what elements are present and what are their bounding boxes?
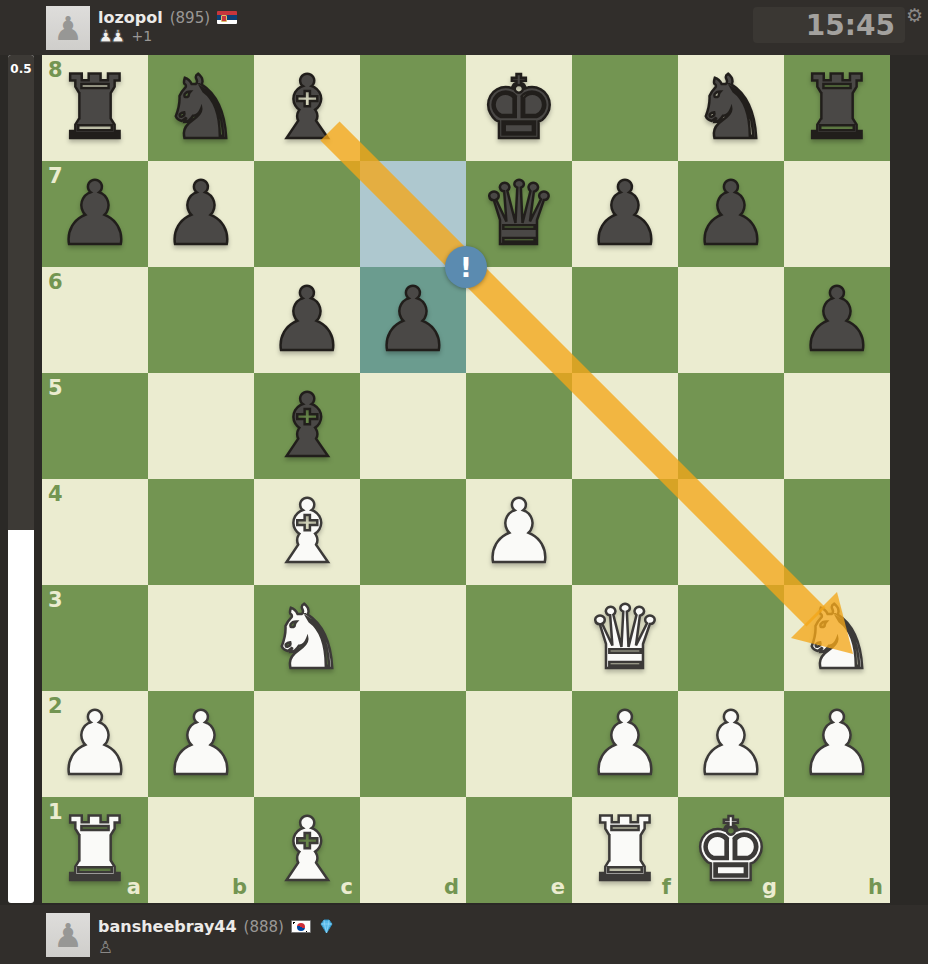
square-b6[interactable]: [148, 267, 254, 373]
piece-wR-a1[interactable]: ♜: [42, 797, 148, 903]
square-c8[interactable]: ♝: [254, 55, 360, 161]
piece-bR-a8[interactable]: ♜: [42, 55, 148, 161]
piece-wN-h3[interactable]: ♞: [784, 585, 890, 691]
square-c7[interactable]: [254, 161, 360, 267]
piece-bP-g7[interactable]: ♟: [678, 161, 784, 267]
piece-bR-h8[interactable]: ♜: [784, 55, 890, 161]
square-h5[interactable]: [784, 373, 890, 479]
piece-bP-c6[interactable]: ♟: [254, 267, 360, 373]
square-c2[interactable]: [254, 691, 360, 797]
square-e4[interactable]: ♟: [466, 479, 572, 585]
square-e3[interactable]: [466, 585, 572, 691]
captured-white-pawn-icon: ♟: [110, 28, 125, 45]
diamond-membership-icon[interactable]: [318, 919, 335, 934]
square-b2[interactable]: ♟: [148, 691, 254, 797]
avatar[interactable]: ♟: [46, 6, 90, 50]
piece-bP-a7[interactable]: ♟: [42, 161, 148, 267]
square-d2[interactable]: [360, 691, 466, 797]
square-a4[interactable]: 4: [42, 479, 148, 585]
square-e7[interactable]: ♛: [466, 161, 572, 267]
square-g5[interactable]: [678, 373, 784, 479]
piece-wB-c4[interactable]: ♝: [254, 479, 360, 585]
square-d3[interactable]: [360, 585, 466, 691]
square-e6[interactable]: [466, 267, 572, 373]
square-h7[interactable]: [784, 161, 890, 267]
opponent-clock: 15:45: [753, 7, 905, 43]
file-label-d: d: [444, 877, 459, 898]
piece-wP-b2[interactable]: ♟: [148, 691, 254, 797]
piece-bB-c8[interactable]: ♝: [254, 55, 360, 161]
square-g1[interactable]: g♚: [678, 797, 784, 903]
settings-gear-icon[interactable]: ⚙: [906, 4, 923, 26]
south-korea-flag-icon: [291, 920, 311, 933]
square-b1[interactable]: b: [148, 797, 254, 903]
chess-board[interactable]: 8♜♞♝♚♞♜7♟♟♛♟♟6♟♟♟5♝4♝♟3♞♛♞2♟♟♟♟♟1a♜bc♝de…: [42, 55, 890, 903]
square-c3[interactable]: ♞: [254, 585, 360, 691]
square-d6[interactable]: ♟: [360, 267, 466, 373]
square-g2[interactable]: ♟: [678, 691, 784, 797]
square-e2[interactable]: [466, 691, 572, 797]
square-b8[interactable]: ♞: [148, 55, 254, 161]
piece-bK-e8[interactable]: ♚: [466, 55, 572, 161]
piece-wQ-f3[interactable]: ♛: [572, 585, 678, 691]
piece-bQ-e7[interactable]: ♛: [466, 161, 572, 267]
avatar-pawn-icon: ♟: [53, 12, 83, 45]
square-h1[interactable]: h: [784, 797, 890, 903]
evaluation-bar: 0.5: [8, 55, 34, 903]
player-rating: (888): [244, 918, 284, 936]
piece-bP-h6[interactable]: ♟: [784, 267, 890, 373]
eval-black-portion: [8, 55, 34, 530]
rank-label-4: 4: [48, 484, 63, 505]
player-name[interactable]: lozopol: [98, 8, 163, 27]
square-d8[interactable]: [360, 55, 466, 161]
square-e5[interactable]: [466, 373, 572, 479]
square-b3[interactable]: [148, 585, 254, 691]
avatar-pawn-icon: ♟: [53, 919, 83, 952]
piece-bN-g8[interactable]: ♞: [678, 55, 784, 161]
square-a6[interactable]: 6: [42, 267, 148, 373]
piece-wP-g2[interactable]: ♟: [678, 691, 784, 797]
file-label-h: h: [868, 877, 883, 898]
file-label-b: b: [232, 877, 247, 898]
square-b7[interactable]: ♟: [148, 161, 254, 267]
rank-label-6: 6: [48, 272, 63, 293]
piece-wP-h2[interactable]: ♟: [784, 691, 890, 797]
piece-bP-f7[interactable]: ♟: [572, 161, 678, 267]
square-d4[interactable]: [360, 479, 466, 585]
square-b4[interactable]: [148, 479, 254, 585]
square-g3[interactable]: [678, 585, 784, 691]
material-score: +1: [132, 28, 153, 44]
square-g4[interactable]: [678, 479, 784, 585]
square-d7[interactable]: [360, 161, 466, 267]
square-f7[interactable]: ♟: [572, 161, 678, 267]
square-h6[interactable]: ♟: [784, 267, 890, 373]
avatar[interactable]: ♟: [46, 913, 90, 957]
square-c1[interactable]: c♝: [254, 797, 360, 903]
square-e8[interactable]: ♚: [466, 55, 572, 161]
square-a1[interactable]: 1a♜: [42, 797, 148, 903]
piece-wP-e4[interactable]: ♟: [466, 479, 572, 585]
file-label-e: e: [551, 877, 565, 898]
piece-bN-b8[interactable]: ♞: [148, 55, 254, 161]
square-f2[interactable]: ♟: [572, 691, 678, 797]
square-a7[interactable]: 7♟: [42, 161, 148, 267]
square-f1[interactable]: f♜: [572, 797, 678, 903]
captured-black-pawn-icon: ♙: [98, 939, 113, 956]
square-e1[interactable]: e: [466, 797, 572, 903]
square-f4[interactable]: [572, 479, 678, 585]
bottom-player-bar: ♟ bansheebray44 (888) ♙ 14:54: [0, 905, 928, 964]
square-c4[interactable]: ♝: [254, 479, 360, 585]
square-f6[interactable]: [572, 267, 678, 373]
square-c5[interactable]: ♝: [254, 373, 360, 479]
piece-wN-c3[interactable]: ♞: [254, 585, 360, 691]
square-f8[interactable]: [572, 55, 678, 161]
piece-bP-d6[interactable]: ♟: [360, 267, 466, 373]
square-a2[interactable]: 2♟: [42, 691, 148, 797]
square-h2[interactable]: ♟: [784, 691, 890, 797]
player-name[interactable]: bansheebray44: [98, 917, 237, 936]
piece-wK-g1[interactable]: ♚: [678, 797, 784, 903]
square-a3[interactable]: 3: [42, 585, 148, 691]
rank-label-5: 5: [48, 378, 63, 399]
square-f3[interactable]: ♛: [572, 585, 678, 691]
square-g8[interactable]: ♞: [678, 55, 784, 161]
square-f5[interactable]: [572, 373, 678, 479]
square-b5[interactable]: [148, 373, 254, 479]
square-g6[interactable]: [678, 267, 784, 373]
player-rating: (895): [170, 9, 210, 27]
square-d5[interactable]: [360, 373, 466, 479]
eval-score-label: 0.5: [8, 62, 34, 76]
square-a5[interactable]: 5: [42, 373, 148, 479]
piece-wR-f1[interactable]: ♜: [572, 797, 678, 903]
piece-wP-f2[interactable]: ♟: [572, 691, 678, 797]
piece-wP-a2[interactable]: ♟: [42, 691, 148, 797]
square-a8[interactable]: 8♜: [42, 55, 148, 161]
rank-label-3: 3: [48, 590, 63, 611]
piece-wB-c1[interactable]: ♝: [254, 797, 360, 903]
piece-bB-c5[interactable]: ♝: [254, 373, 360, 479]
square-h3[interactable]: ♞: [784, 585, 890, 691]
square-c6[interactable]: ♟: [254, 267, 360, 373]
serbia-flag-icon: [217, 11, 237, 24]
square-g7[interactable]: ♟: [678, 161, 784, 267]
top-player-bar: ♟ lozopol (895) ♟ ♟ +1 15:45 ⚙: [0, 0, 928, 55]
piece-bP-b7[interactable]: ♟: [148, 161, 254, 267]
square-h8[interactable]: ♜: [784, 55, 890, 161]
square-h4[interactable]: [784, 479, 890, 585]
square-d1[interactable]: d: [360, 797, 466, 903]
